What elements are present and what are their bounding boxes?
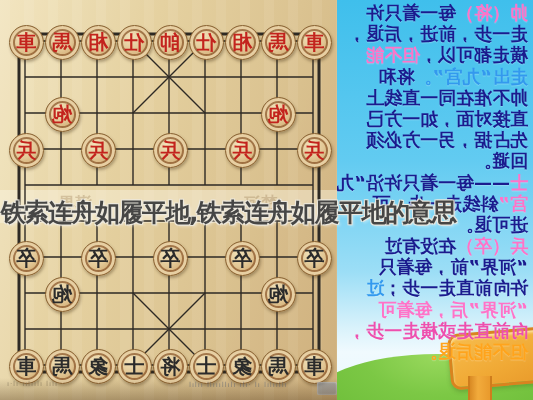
signpost-pole [468,376,492,400]
piece-black-炮: 炮 [45,277,80,312]
piece-red-兵: 兵 [297,133,332,168]
piece-black-将: 将 [153,349,188,384]
piece-black-卒: 卒 [9,241,44,276]
piece-black-卒: 卒 [153,241,188,276]
rules-text-segment: 向前直走或横走一步， [348,320,528,341]
rules-text-line: 先占据，另一方必须 [337,129,533,150]
piece-red-兵: 兵 [81,133,116,168]
piece-black-炮: 炮 [261,277,296,312]
rules-text-segment: “河界”前，每着只 [378,256,528,277]
piece-red-兵: 兵 [153,133,188,168]
rules-text-segment: 横走都可以， [420,44,528,65]
rules-text-segment: 帅不准在同一直线上 [366,87,528,108]
rules-text-line: 帅不准在同一直线上 [337,87,533,108]
rules-text-segment: 先占据，另一方必须 [366,129,528,150]
rules-text-segment: 帅（将） [456,2,528,23]
piece-red-兵: 兵 [9,133,44,168]
rules-text-segment: 每一着只许 [366,2,456,23]
piece-black-卒: 卒 [297,241,332,276]
piece-black-士: 士 [117,349,152,384]
rules-text-segment: 兵（卒） [456,235,528,256]
rules-text-line: 向前直走或横走一步， [337,320,533,341]
rules-text-segment: 将和 [378,66,414,87]
piece-glyph: 相 [88,26,108,59]
piece-glyph: 馬 [52,26,72,59]
piece-black-車: 車 [9,349,44,384]
piece-black-象: 象 [81,349,116,384]
piece-glyph: 車 [16,26,36,59]
rules-text-segment: 直接对面，如一方已 [366,108,528,129]
piece-glyph: 卒 [160,242,180,275]
piece-black-馬: 馬 [45,349,80,384]
piece-glyph: 卒 [232,242,252,275]
watermark-badge [317,382,337,395]
piece-red-帥: 帥 [153,25,188,60]
piece-red-車: 車 [9,25,44,60]
piece-black-卒: 卒 [225,241,260,276]
piece-red-相: 相 [81,25,116,60]
caption-title: 铁索连舟如履平地,铁索连舟如履平地的意思 [1,196,533,229]
piece-red-炮: 炮 [261,97,296,132]
rules-text-line: 但不能后退。 [337,341,533,362]
rules-text-segment: “河界”后，每着可 [378,299,528,320]
watermark-left: ılıl ılıılıı ıl·ı [6,380,57,388]
piece-red-相: 相 [225,25,260,60]
rules-text-line: 帅（将）每一着只许 [337,2,533,23]
screenshot-image: 楚河 漢界 車馬相仕帥仕相馬車炮炮兵兵兵兵兵卒卒卒卒卒炮炮車馬象士将士象馬車 ı… [0,0,533,400]
piece-glyph: 兵 [16,134,36,167]
rules-text-line: 横走都可以，但不能 [337,44,533,65]
piece-glyph: 兵 [232,134,252,167]
piece-glyph: 車 [304,26,324,59]
rules-text-line: 走一步，前进，后退， [337,23,533,44]
piece-glyph: 仕 [196,26,216,59]
rules-text-segment: 过 [366,277,384,298]
rules-text-line: 士——每一着只许沿“九 [337,172,533,193]
rules-text-line: “河界”后，每着可 [337,299,533,320]
rules-text-segment: 走出“九宫”。 [414,66,528,87]
piece-glyph: 炮 [268,278,288,311]
piece-glyph: 卒 [304,242,324,275]
piece-glyph: 帥 [160,26,180,59]
piece-black-象: 象 [225,349,260,384]
piece-glyph: 卒 [16,242,36,275]
piece-glyph: 炮 [52,278,72,311]
piece-glyph: 相 [232,26,252,59]
piece-glyph: 士 [124,350,144,383]
rules-text-segment: 走一步，前进，后退， [348,23,528,44]
piece-glyph: 士 [196,350,216,383]
piece-red-馬: 馬 [261,25,296,60]
rules-text-segment: 但不能后退。 [420,341,528,362]
piece-black-卒: 卒 [81,241,116,276]
piece-glyph: 兵 [304,134,324,167]
rules-text-line: 直接对面，如一方已 [337,108,533,129]
piece-glyph: 馬 [268,350,288,383]
piece-black-馬: 馬 [261,349,296,384]
piece-glyph: 象 [232,350,252,383]
piece-glyph: 兵 [160,134,180,167]
rules-text-segment: 回避。 [474,150,528,171]
piece-glyph: 炮 [268,98,288,131]
rules-text-line: “河界”前，每着只 [337,256,533,277]
piece-red-兵: 兵 [225,133,260,168]
rules-text-line: 兵（卒）在没有过 [337,235,533,256]
piece-glyph: 兵 [88,134,108,167]
piece-black-士: 士 [189,349,224,384]
piece-glyph: 馬 [268,26,288,59]
piece-glyph: 象 [88,350,108,383]
piece-red-炮: 炮 [45,97,80,132]
piece-red-車: 車 [297,25,332,60]
rules-text-line: 走出“九宫”。将和 [337,66,533,87]
piece-glyph: 卒 [88,242,108,275]
rules-text: 帅（将）每一着只许走一步，前进，后退，横走都可以，但不能走出“九宫”。将和帅不准… [337,2,533,362]
watermark-right: ıllıılıl ıl ·ılı ılıllıııll ıılıl [188,381,287,389]
piece-glyph: 仕 [124,26,144,59]
rules-text-line: 许向前直走一步；过 [337,277,533,298]
rules-text-segment: 在没有过 [384,235,456,256]
piece-glyph: 将 [160,350,180,383]
rules-text-segment: 许向前直走一步； [384,277,528,298]
piece-red-馬: 馬 [45,25,80,60]
piece-glyph: 車 [304,350,324,383]
rules-text-segment: ——每一着只许沿“九 [337,172,510,193]
piece-red-仕: 仕 [117,25,152,60]
piece-glyph: 炮 [52,98,72,131]
piece-black-車: 車 [297,349,332,384]
piece-red-仕: 仕 [189,25,224,60]
piece-glyph: 車 [16,350,36,383]
rules-text-segment: 但不能 [366,44,420,65]
piece-glyph: 馬 [52,350,72,383]
rules-text-line: 回避。 [337,150,533,171]
rules-text-segment: 士 [510,172,528,193]
